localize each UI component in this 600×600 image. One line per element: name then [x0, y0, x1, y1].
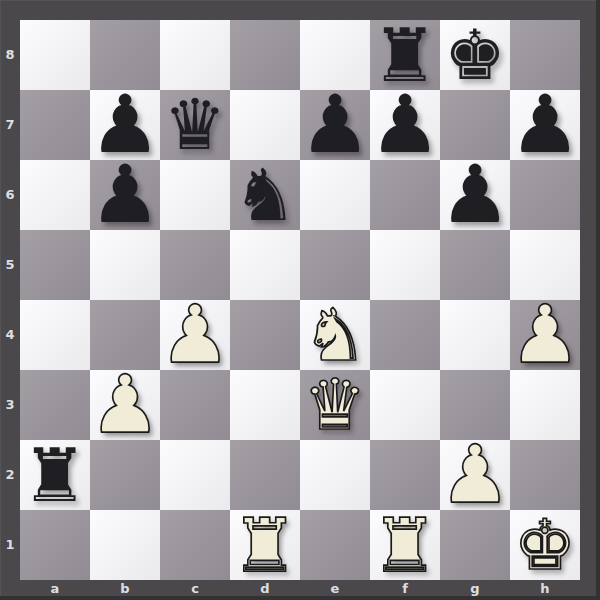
rank-label-2: 2 — [0, 440, 20, 510]
rank-label-8: 8 — [0, 20, 20, 90]
square-c6[interactable] — [160, 160, 230, 230]
black-queen-piece[interactable]: ♛ — [164, 90, 227, 160]
square-a1[interactable] — [20, 510, 90, 580]
white-rook-piece[interactable]: ♜ — [232, 508, 298, 582]
square-e5[interactable] — [300, 230, 370, 300]
black-pawn-piece[interactable]: ♟ — [369, 85, 441, 165]
file-label-e: e — [300, 580, 370, 600]
square-h4[interactable]: ♟ — [510, 300, 580, 370]
square-e6[interactable] — [300, 160, 370, 230]
square-d8[interactable] — [230, 20, 300, 90]
black-pawn-piece[interactable]: ♟ — [439, 155, 511, 235]
square-e2[interactable] — [300, 440, 370, 510]
rank-label-4: 4 — [0, 300, 20, 370]
square-g8[interactable]: ♚ — [440, 20, 510, 90]
square-g6[interactable]: ♟ — [440, 160, 510, 230]
square-c8[interactable] — [160, 20, 230, 90]
square-d2[interactable] — [230, 440, 300, 510]
square-f2[interactable] — [370, 440, 440, 510]
square-h7[interactable]: ♟ — [510, 90, 580, 160]
chess-board: ♜♚♟♛♟♟♟♟♞♟♟♞♟♟♛♜♟♜♜♚ — [20, 20, 580, 580]
square-e7[interactable]: ♟ — [300, 90, 370, 160]
square-b1[interactable] — [90, 510, 160, 580]
square-h6[interactable] — [510, 160, 580, 230]
square-a6[interactable] — [20, 160, 90, 230]
black-king-piece[interactable]: ♚ — [444, 21, 506, 90]
square-a7[interactable] — [20, 90, 90, 160]
square-b5[interactable] — [90, 230, 160, 300]
file-label-b: b — [90, 580, 160, 600]
square-a5[interactable] — [20, 230, 90, 300]
file-label-c: c — [160, 580, 230, 600]
square-c2[interactable] — [160, 440, 230, 510]
black-knight-piece[interactable]: ♞ — [233, 159, 298, 231]
square-g1[interactable] — [440, 510, 510, 580]
square-a4[interactable] — [20, 300, 90, 370]
square-h3[interactable] — [510, 370, 580, 440]
white-pawn-piece[interactable]: ♟ — [509, 295, 581, 375]
square-f6[interactable] — [370, 160, 440, 230]
file-label-d: d — [230, 580, 300, 600]
rank-label-7: 7 — [0, 90, 20, 160]
black-pawn-piece[interactable]: ♟ — [509, 85, 581, 165]
white-queen-piece[interactable]: ♛ — [304, 370, 367, 440]
file-label-f: f — [370, 580, 440, 600]
white-rook-piece[interactable]: ♜ — [372, 508, 438, 582]
square-b6[interactable]: ♟ — [90, 160, 160, 230]
rank-label-5: 5 — [0, 230, 20, 300]
square-f3[interactable] — [370, 370, 440, 440]
square-h2[interactable] — [510, 440, 580, 510]
file-label-g: g — [440, 580, 510, 600]
white-pawn-piece[interactable]: ♟ — [439, 435, 511, 515]
square-g4[interactable] — [440, 300, 510, 370]
black-pawn-piece[interactable]: ♟ — [89, 155, 161, 235]
square-f4[interactable] — [370, 300, 440, 370]
square-e3[interactable]: ♛ — [300, 370, 370, 440]
square-g2[interactable]: ♟ — [440, 440, 510, 510]
square-d6[interactable]: ♞ — [230, 160, 300, 230]
white-knight-piece[interactable]: ♞ — [303, 299, 368, 371]
square-f1[interactable]: ♜ — [370, 510, 440, 580]
square-b2[interactable] — [90, 440, 160, 510]
square-c3[interactable] — [160, 370, 230, 440]
square-d3[interactable] — [230, 370, 300, 440]
square-f7[interactable]: ♟ — [370, 90, 440, 160]
square-c4[interactable]: ♟ — [160, 300, 230, 370]
file-label-h: h — [510, 580, 580, 600]
file-label-a: a — [20, 580, 90, 600]
chess-board-frame: ♜♚♟♛♟♟♟♟♞♟♟♞♟♟♛♜♟♜♜♚ 87654321abcdefgh — [0, 0, 600, 600]
white-pawn-piece[interactable]: ♟ — [89, 365, 161, 445]
square-a3[interactable] — [20, 370, 90, 440]
square-d5[interactable] — [230, 230, 300, 300]
square-h1[interactable]: ♚ — [510, 510, 580, 580]
square-d1[interactable]: ♜ — [230, 510, 300, 580]
square-f5[interactable] — [370, 230, 440, 300]
white-pawn-piece[interactable]: ♟ — [159, 295, 231, 375]
square-e4[interactable]: ♞ — [300, 300, 370, 370]
square-e1[interactable] — [300, 510, 370, 580]
rank-label-1: 1 — [0, 510, 20, 580]
square-c7[interactable]: ♛ — [160, 90, 230, 160]
square-d7[interactable] — [230, 90, 300, 160]
rank-label-6: 6 — [0, 160, 20, 230]
square-a2[interactable]: ♜ — [20, 440, 90, 510]
square-c1[interactable] — [160, 510, 230, 580]
square-g5[interactable] — [440, 230, 510, 300]
black-rook-piece[interactable]: ♜ — [22, 438, 88, 512]
white-king-piece[interactable]: ♚ — [514, 511, 576, 580]
square-a8[interactable] — [20, 20, 90, 90]
square-d4[interactable] — [230, 300, 300, 370]
rank-label-3: 3 — [0, 370, 20, 440]
square-b3[interactable]: ♟ — [90, 370, 160, 440]
black-pawn-piece[interactable]: ♟ — [299, 85, 371, 165]
